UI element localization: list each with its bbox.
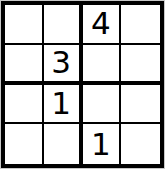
cell-r1c4[interactable] xyxy=(121,5,160,45)
cell-r3c2: 1 xyxy=(44,85,83,125)
sudoku-frame: 4 3 1 1 xyxy=(0,0,165,169)
cell-r2c1[interactable] xyxy=(5,45,44,85)
cell-r3c3[interactable] xyxy=(83,85,122,125)
cell-r1c1[interactable] xyxy=(5,5,44,45)
cell-r1c3: 4 xyxy=(83,5,122,45)
cell-r3c4[interactable] xyxy=(121,85,160,125)
cell-r4c1[interactable] xyxy=(5,124,44,164)
cell-r4c4[interactable] xyxy=(121,124,160,164)
cell-r4c2[interactable] xyxy=(44,124,83,164)
cell-r2c4[interactable] xyxy=(121,45,160,85)
cell-r3c1[interactable] xyxy=(5,85,44,125)
sudoku-board: 4 3 1 1 xyxy=(1,1,164,168)
cell-r4c3: 1 xyxy=(83,124,122,164)
cell-r1c2[interactable] xyxy=(44,5,83,45)
cell-r2c2: 3 xyxy=(44,45,83,85)
cell-r2c3[interactable] xyxy=(83,45,122,85)
